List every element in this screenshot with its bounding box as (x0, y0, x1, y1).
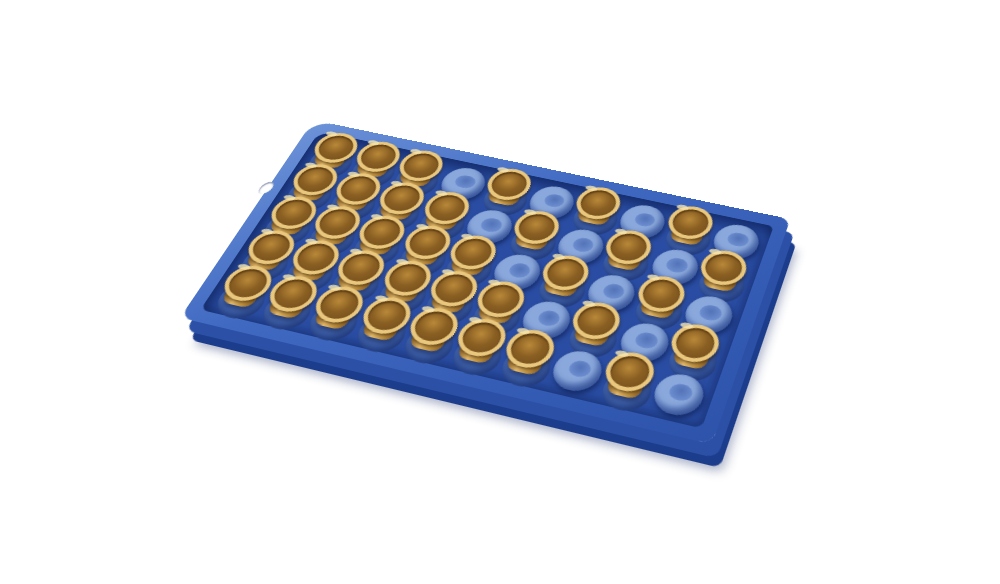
well-collar (368, 195, 426, 234)
well-r3-c6 (485, 249, 550, 296)
well-collar (302, 144, 359, 181)
well-collar (350, 312, 412, 357)
well-r4-c10 (661, 328, 726, 379)
well-r2-c8 (596, 234, 659, 280)
brass-case-mouth (373, 179, 431, 218)
well-collar (209, 280, 272, 323)
well-r3-c8 (579, 270, 643, 318)
empty-well (524, 183, 580, 223)
empty-well (460, 206, 518, 247)
brass-case-body (513, 225, 553, 252)
well-r5-c7 (494, 334, 562, 386)
well-collar (258, 209, 318, 249)
brass-case-mouth (264, 193, 324, 233)
well-r5-c6 (445, 323, 513, 374)
brass-case-mouth (424, 267, 484, 310)
brass-case-body (290, 177, 330, 202)
well-collar (439, 249, 498, 291)
brass-case-mouth (308, 129, 365, 166)
brass-case-mouth (285, 237, 346, 279)
well-r2-c7 (549, 224, 612, 269)
brass-case-mouth (308, 203, 368, 243)
reloading-tray (180, 120, 790, 444)
brass-case-mouth (377, 257, 438, 300)
well-collar (389, 162, 446, 199)
well-r2-c3 (368, 186, 432, 229)
well-collar (495, 345, 557, 391)
well-bore (664, 256, 689, 274)
empty-well (648, 370, 709, 420)
well-r5-c5 (397, 312, 466, 362)
well-r3-c7 (532, 259, 596, 306)
brass-case-mouth (571, 183, 626, 222)
brass-case-body (334, 186, 374, 211)
well-bore (506, 262, 532, 280)
well-r5-c10 (645, 368, 712, 422)
brass-case-mouth (330, 170, 388, 208)
well-collar (596, 368, 657, 416)
reloading-tray-wrap (244, 106, 764, 456)
well-collar (663, 339, 722, 385)
well-collar (466, 296, 526, 340)
brass-case-mouth (499, 326, 560, 372)
brass-case-body (606, 244, 646, 271)
well-bore (698, 304, 724, 323)
brass-case-mouth (632, 272, 690, 316)
brass-case-mouth (393, 147, 449, 184)
brass-case-body (354, 154, 393, 178)
brass-case-body (476, 297, 518, 326)
brass-case-mouth (308, 283, 370, 327)
brass-case-body (572, 318, 614, 348)
well-r1-c5 (476, 172, 538, 215)
well-collar (413, 204, 471, 243)
well-collar (324, 185, 382, 223)
well-bore (453, 174, 478, 190)
brass-case-mouth (240, 227, 301, 268)
well-r1-c8 (612, 200, 673, 244)
well-r1-c2 (345, 145, 408, 186)
well-r4-c7 (513, 296, 579, 346)
well-bore (479, 217, 505, 234)
hanging-hole (256, 180, 277, 195)
brass-case-body (312, 220, 353, 246)
brass-case-mouth (398, 222, 457, 263)
brass-case-body (402, 240, 443, 267)
brass-case-body (268, 210, 309, 236)
empty-well (615, 201, 671, 242)
well-r2-c4 (412, 195, 476, 239)
brass-case-mouth (599, 348, 660, 396)
well-collar (630, 290, 688, 334)
brass-case-mouth (471, 278, 531, 322)
well-r1-c9 (659, 209, 720, 254)
well-collar (393, 239, 452, 280)
empty-well (708, 221, 763, 263)
well-collar (694, 264, 750, 306)
brass-case-mouth (567, 299, 626, 344)
brass-case-mouth (663, 202, 718, 242)
well-r5-c4 (349, 301, 418, 351)
well-bore (566, 359, 593, 379)
brass-case-mouth (418, 188, 476, 227)
brass-case-body (360, 313, 403, 343)
brass-case-body (407, 324, 450, 354)
brass-case-body (266, 291, 309, 320)
well-r1-c10 (706, 219, 766, 264)
well-r3-c3 (347, 219, 413, 264)
well-r5-c8 (544, 345, 612, 397)
well-collar (372, 274, 433, 317)
well-bore (667, 383, 694, 403)
brass-case-mouth (537, 252, 595, 295)
brass-case-body (312, 145, 351, 169)
brass-case-body (335, 265, 377, 293)
brass-case-body (668, 220, 706, 246)
brass-case-mouth (481, 165, 537, 203)
brass-case-body (671, 340, 712, 370)
empty-well (516, 298, 577, 344)
well-r1-c7 (566, 190, 627, 234)
brass-case-body (244, 245, 286, 272)
well-r3-c1 (257, 200, 323, 244)
well-collar (345, 153, 402, 190)
well-collar (504, 224, 561, 264)
empty-well (614, 319, 674, 366)
brass-case-body (448, 250, 489, 277)
brass-case-body (378, 196, 418, 222)
brass-case-body (290, 255, 332, 283)
well-r4-c1 (234, 234, 302, 280)
well-collar (234, 244, 296, 285)
well-bore (536, 309, 563, 328)
brass-case-mouth (665, 320, 724, 366)
well-collar (398, 323, 460, 368)
well-r3-c5 (438, 239, 503, 285)
brass-case-mouth (353, 212, 412, 253)
brass-case-body (576, 200, 615, 226)
well-r4-c9 (611, 317, 676, 368)
well-r1-c1 (302, 136, 365, 177)
well-r5-c2 (255, 280, 325, 329)
well-collar (661, 219, 716, 259)
well-r3-c4 (392, 229, 457, 275)
brass-case-mouth (403, 304, 465, 349)
brass-case-body (505, 346, 548, 377)
empty-well (487, 251, 546, 294)
brass-case-body (357, 230, 398, 257)
well-collar (533, 269, 591, 312)
well-bore (570, 236, 595, 253)
brass-case-body (381, 275, 423, 303)
well-r3-c2 (302, 210, 368, 255)
well-r2-c2 (324, 176, 388, 219)
brass-case-body (428, 286, 470, 315)
well-collar (302, 301, 365, 345)
empty-well (646, 246, 703, 289)
well-r1-c4 (432, 163, 494, 205)
brass-case-body (542, 270, 583, 298)
well-r4-c8 (562, 307, 628, 357)
brass-case-body (486, 182, 525, 207)
brass-case-body (398, 163, 437, 188)
well-r2-c5 (457, 205, 520, 249)
brass-case-mouth (216, 262, 279, 305)
well-bore (633, 331, 660, 350)
well-bore (726, 231, 751, 248)
well-collar (568, 199, 624, 238)
well-r4-c5 (418, 275, 485, 323)
brass-case-body (220, 281, 264, 309)
product-photo-stage (0, 0, 1000, 584)
brass-case-mouth (451, 315, 513, 361)
empty-well (547, 347, 609, 395)
well-r5-c1 (209, 270, 279, 318)
brass-case-body (456, 335, 499, 365)
well-r5-c9 (594, 357, 661, 410)
brass-case-body (313, 302, 356, 331)
brass-case-body (701, 265, 740, 293)
well-r4-c2 (279, 244, 347, 291)
brass-case-mouth (262, 272, 325, 316)
empty-well (582, 271, 641, 315)
empty-well (552, 226, 609, 268)
well-bore (542, 192, 567, 208)
well-r3-c9 (628, 280, 692, 329)
brass-case-body (422, 205, 462, 231)
brass-case-mouth (350, 138, 407, 175)
well-r1-c6 (521, 181, 583, 224)
brass-case-body (604, 369, 646, 400)
well-collar (564, 317, 624, 362)
well-collar (477, 181, 533, 219)
well-r2-c9 (644, 244, 706, 291)
well-r2-c10 (692, 254, 754, 301)
brass-case-mouth (508, 207, 565, 247)
brass-case-mouth (355, 294, 417, 339)
well-r1-c3 (388, 154, 450, 196)
well-r5-c3 (302, 291, 371, 340)
brass-case-mouth (601, 227, 657, 268)
well-r2-c1 (280, 167, 345, 209)
well-bore (601, 282, 627, 300)
well-collar (325, 264, 386, 306)
well-collar (598, 244, 655, 285)
well-collar (347, 229, 407, 270)
tray-surface (200, 131, 773, 428)
well-r4-c4 (371, 264, 438, 312)
well-r2-c6 (503, 214, 566, 259)
brass-case-mouth (695, 247, 751, 289)
well-grid (209, 136, 766, 422)
well-r4-c3 (325, 254, 392, 301)
well-collar (419, 285, 480, 328)
brass-case-body (638, 291, 678, 320)
brass-case-mouth (444, 232, 503, 274)
well-collar (280, 176, 338, 214)
well-r3-c10 (677, 290, 740, 339)
empty-well (679, 292, 737, 337)
well-collar (302, 219, 362, 259)
well-collar (279, 254, 340, 296)
empty-well (434, 164, 491, 203)
well-bore (633, 212, 658, 229)
brass-case-mouth (286, 161, 344, 199)
well-collar (446, 334, 508, 380)
well-r4-c6 (465, 285, 531, 334)
brass-case-mouth (331, 247, 392, 289)
well-collar (256, 290, 319, 334)
